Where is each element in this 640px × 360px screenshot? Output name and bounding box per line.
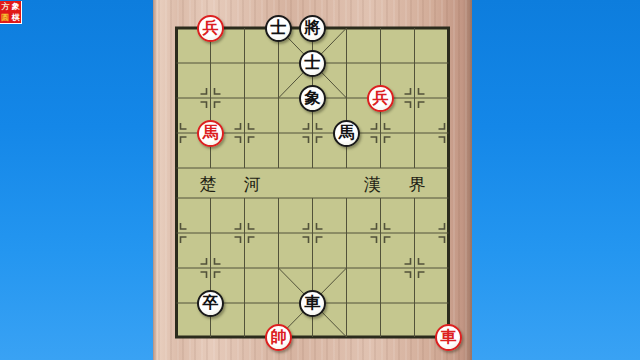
piece-black-horse[interactable]: 馬: [333, 120, 360, 147]
piece-red-soldier[interactable]: 兵: [367, 85, 394, 112]
piece-red-general[interactable]: 帥: [265, 324, 292, 351]
piece-black-elephant[interactable]: 象: [299, 85, 326, 112]
river-label-han: 漢: [362, 174, 382, 194]
piece-black-chariot[interactable]: 車: [299, 290, 326, 317]
river-label-he: 河: [242, 174, 262, 194]
piece-black-advisor[interactable]: 士: [299, 50, 326, 77]
river-label-jie: 界: [407, 174, 427, 194]
video-frame: 方 象 圆 棋 楚 河 漢 界 兵士將士象兵馬馬卒車帥車: [0, 0, 640, 360]
piece-black-general[interactable]: 將: [299, 15, 326, 42]
river-label-chu: 楚: [198, 174, 218, 194]
piece-red-chariot[interactable]: 車: [435, 324, 462, 351]
piece-black-soldier[interactable]: 卒: [197, 290, 224, 317]
piece-black-advisor[interactable]: 士: [265, 15, 292, 42]
piece-red-soldier[interactable]: 兵: [197, 15, 224, 42]
piece-red-horse[interactable]: 馬: [197, 120, 224, 147]
